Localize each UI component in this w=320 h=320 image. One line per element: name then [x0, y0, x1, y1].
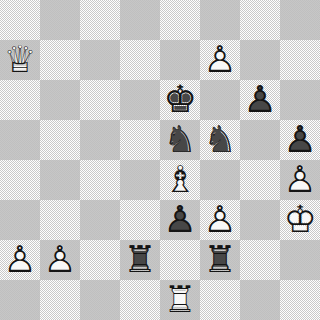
square-d1[interactable]	[120, 280, 160, 320]
pawn-glyph-outline: ♙	[0, 240, 40, 280]
square-h4[interactable]: ♟♙	[280, 160, 320, 200]
square-a5[interactable]	[0, 120, 40, 160]
square-e7[interactable]	[160, 40, 200, 80]
square-e8[interactable]	[160, 0, 200, 40]
black-knight[interactable]: ♞♘	[200, 120, 240, 160]
black-rook[interactable]: ♜♖	[200, 240, 240, 280]
square-g4[interactable]	[240, 160, 280, 200]
black-pawn[interactable]: ♟♙	[160, 200, 200, 240]
square-h5[interactable]: ♟♙	[280, 120, 320, 160]
pawn-glyph-outline: ♙	[200, 40, 240, 80]
square-d8[interactable]	[120, 0, 160, 40]
square-c8[interactable]	[80, 0, 120, 40]
black-knight[interactable]: ♞♘	[160, 120, 200, 160]
square-h3[interactable]: ♚♔	[280, 200, 320, 240]
rook-glyph-outline: ♖	[120, 240, 160, 280]
chess-board: ♛♕♟♙♚♔♟♙♞♘♞♘♟♙♝♗♟♙♟♙♟♙♚♔♟♙♟♙♜♖♜♖♜♖	[0, 0, 320, 320]
pawn-glyph-outline: ♙	[40, 240, 80, 280]
square-a8[interactable]	[0, 0, 40, 40]
square-c4[interactable]	[80, 160, 120, 200]
knight-glyph-outline: ♘	[200, 120, 240, 160]
square-c5[interactable]	[80, 120, 120, 160]
square-f3[interactable]: ♟♙	[200, 200, 240, 240]
square-f7[interactable]: ♟♙	[200, 40, 240, 80]
square-c3[interactable]	[80, 200, 120, 240]
square-b2[interactable]: ♟♙	[40, 240, 80, 280]
white-pawn[interactable]: ♟♙	[200, 40, 240, 80]
square-a6[interactable]	[0, 80, 40, 120]
white-pawn[interactable]: ♟♙	[0, 240, 40, 280]
square-g3[interactable]	[240, 200, 280, 240]
square-d6[interactable]	[120, 80, 160, 120]
black-rook[interactable]: ♜♖	[120, 240, 160, 280]
square-h8[interactable]	[280, 0, 320, 40]
square-e3[interactable]: ♟♙	[160, 200, 200, 240]
square-e4[interactable]: ♝♗	[160, 160, 200, 200]
square-b6[interactable]	[40, 80, 80, 120]
square-a3[interactable]	[0, 200, 40, 240]
square-h1[interactable]	[280, 280, 320, 320]
square-f8[interactable]	[200, 0, 240, 40]
king-glyph-outline: ♔	[160, 80, 200, 120]
square-h6[interactable]	[280, 80, 320, 120]
black-pawn[interactable]: ♟♙	[280, 120, 320, 160]
square-a2[interactable]: ♟♙	[0, 240, 40, 280]
white-pawn[interactable]: ♟♙	[40, 240, 80, 280]
square-b7[interactable]	[40, 40, 80, 80]
square-h7[interactable]	[280, 40, 320, 80]
square-c2[interactable]	[80, 240, 120, 280]
square-d4[interactable]	[120, 160, 160, 200]
white-rook[interactable]: ♜♖	[160, 280, 200, 320]
square-b5[interactable]	[40, 120, 80, 160]
square-e1[interactable]: ♜♖	[160, 280, 200, 320]
knight-glyph-outline: ♘	[160, 120, 200, 160]
square-d2[interactable]: ♜♖	[120, 240, 160, 280]
square-a7[interactable]: ♛♕	[0, 40, 40, 80]
black-king[interactable]: ♚♔	[160, 80, 200, 120]
square-e6[interactable]: ♚♔	[160, 80, 200, 120]
white-king[interactable]: ♚♔	[280, 200, 320, 240]
square-c1[interactable]	[80, 280, 120, 320]
pawn-glyph-outline: ♙	[280, 120, 320, 160]
square-b4[interactable]	[40, 160, 80, 200]
square-e2[interactable]	[160, 240, 200, 280]
square-c6[interactable]	[80, 80, 120, 120]
square-d3[interactable]	[120, 200, 160, 240]
square-f6[interactable]	[200, 80, 240, 120]
pawn-glyph-outline: ♙	[280, 160, 320, 200]
pawn-glyph-outline: ♙	[200, 200, 240, 240]
pawn-glyph-outline: ♙	[240, 80, 280, 120]
square-e5[interactable]: ♞♘	[160, 120, 200, 160]
queen-glyph-outline: ♕	[0, 40, 40, 80]
white-bishop[interactable]: ♝♗	[160, 160, 200, 200]
square-b3[interactable]	[40, 200, 80, 240]
square-g7[interactable]	[240, 40, 280, 80]
rook-glyph-outline: ♖	[160, 280, 200, 320]
square-g6[interactable]: ♟♙	[240, 80, 280, 120]
king-glyph-outline: ♔	[280, 200, 320, 240]
white-pawn[interactable]: ♟♙	[280, 160, 320, 200]
black-pawn[interactable]: ♟♙	[240, 80, 280, 120]
white-pawn[interactable]: ♟♙	[200, 200, 240, 240]
square-g2[interactable]	[240, 240, 280, 280]
square-a4[interactable]	[0, 160, 40, 200]
square-f2[interactable]: ♜♖	[200, 240, 240, 280]
square-g1[interactable]	[240, 280, 280, 320]
square-g8[interactable]	[240, 0, 280, 40]
square-h2[interactable]	[280, 240, 320, 280]
square-g5[interactable]	[240, 120, 280, 160]
white-queen[interactable]: ♛♕	[0, 40, 40, 80]
square-f5[interactable]: ♞♘	[200, 120, 240, 160]
square-f4[interactable]	[200, 160, 240, 200]
square-d5[interactable]	[120, 120, 160, 160]
rook-glyph-outline: ♖	[200, 240, 240, 280]
square-b1[interactable]	[40, 280, 80, 320]
square-b8[interactable]	[40, 0, 80, 40]
bishop-glyph-outline: ♗	[160, 160, 200, 200]
pawn-glyph-outline: ♙	[160, 200, 200, 240]
square-a1[interactable]	[0, 280, 40, 320]
square-c7[interactable]	[80, 40, 120, 80]
square-d7[interactable]	[120, 40, 160, 80]
square-f1[interactable]	[200, 280, 240, 320]
